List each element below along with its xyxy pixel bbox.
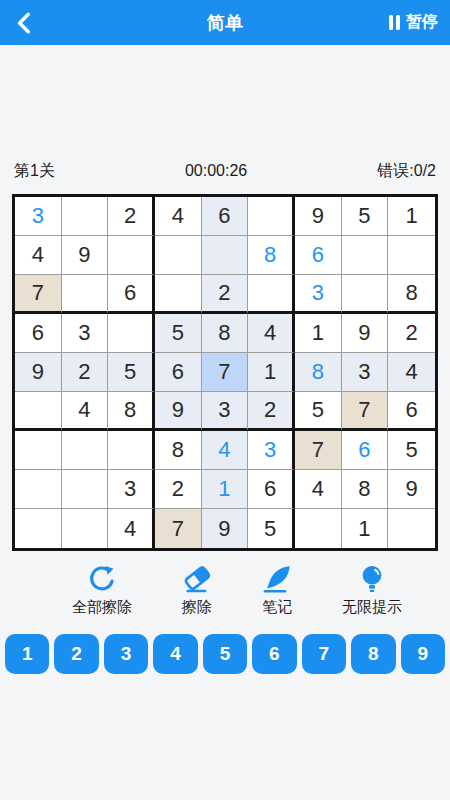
back-chevron-icon bbox=[12, 10, 38, 36]
num-button-9[interactable]: 9 bbox=[401, 634, 445, 674]
cell-r2c6[interactable]: 8 bbox=[248, 236, 295, 275]
cell-r8c4[interactable]: 2 bbox=[155, 470, 202, 509]
number-pad: 123456789 bbox=[0, 634, 450, 674]
cell-r4c8[interactable]: 9 bbox=[342, 314, 389, 353]
cell-r8c6[interactable]: 6 bbox=[248, 470, 295, 509]
cell-r1c4[interactable]: 4 bbox=[155, 197, 202, 236]
cell-r5c6[interactable]: 1 bbox=[248, 353, 295, 392]
cell-r9c9[interactable] bbox=[388, 509, 435, 548]
level-label: 第1关 bbox=[14, 161, 55, 182]
num-button-5[interactable]: 5 bbox=[203, 634, 247, 674]
pause-label: 暂停 bbox=[406, 12, 438, 33]
cell-r9c4[interactable]: 7 bbox=[155, 509, 202, 548]
cell-r4c4[interactable]: 5 bbox=[155, 314, 202, 353]
cell-r1c7[interactable]: 9 bbox=[295, 197, 342, 236]
cell-r4c3[interactable] bbox=[108, 314, 155, 353]
cell-r9c2[interactable] bbox=[62, 509, 109, 548]
cell-r9c8[interactable]: 1 bbox=[342, 509, 389, 548]
cell-r8c2[interactable] bbox=[62, 470, 109, 509]
cell-r2c5[interactable] bbox=[202, 236, 249, 275]
cell-r6c5[interactable]: 3 bbox=[202, 392, 249, 431]
cell-r8c3[interactable]: 3 bbox=[108, 470, 155, 509]
cell-r4c6[interactable]: 4 bbox=[248, 314, 295, 353]
notes-label: 笔记 bbox=[262, 598, 292, 617]
refresh-icon bbox=[86, 563, 118, 595]
cell-r3c5[interactable]: 2 bbox=[202, 275, 249, 314]
cell-r7c1[interactable] bbox=[15, 431, 62, 470]
cell-r1c8[interactable]: 5 bbox=[342, 197, 389, 236]
cell-r7c3[interactable] bbox=[108, 431, 155, 470]
board-wrap: 3246951498676238635841929256718344893257… bbox=[0, 184, 450, 551]
erase-label: 擦除 bbox=[182, 598, 212, 617]
cell-r2c7[interactable]: 6 bbox=[295, 236, 342, 275]
cell-r3c2[interactable] bbox=[62, 275, 109, 314]
num-button-8[interactable]: 8 bbox=[351, 634, 395, 674]
cell-r7c4[interactable]: 8 bbox=[155, 431, 202, 470]
pause-button[interactable]: 暂停 bbox=[389, 12, 438, 33]
cell-r6c2[interactable]: 4 bbox=[62, 392, 109, 431]
cell-r2c3[interactable] bbox=[108, 236, 155, 275]
cell-r4c1[interactable]: 6 bbox=[15, 314, 62, 353]
num-button-1[interactable]: 1 bbox=[5, 634, 49, 674]
cell-r5c4[interactable]: 6 bbox=[155, 353, 202, 392]
cell-r7c6[interactable]: 3 bbox=[248, 431, 295, 470]
cell-r2c1[interactable]: 4 bbox=[15, 236, 62, 275]
timer: 00:00:26 bbox=[185, 162, 247, 180]
cell-r4c9[interactable]: 2 bbox=[388, 314, 435, 353]
cell-r1c5[interactable]: 6 bbox=[202, 197, 249, 236]
cell-r5c8[interactable]: 3 bbox=[342, 353, 389, 392]
cell-r8c7[interactable]: 4 bbox=[295, 470, 342, 509]
cell-r3c8[interactable] bbox=[342, 275, 389, 314]
num-button-4[interactable]: 4 bbox=[153, 634, 197, 674]
cell-r8c1[interactable] bbox=[15, 470, 62, 509]
bulb-icon bbox=[356, 563, 388, 595]
cell-r9c7[interactable] bbox=[295, 509, 342, 548]
cell-r7c9[interactable]: 5 bbox=[388, 431, 435, 470]
cell-r6c7[interactable]: 5 bbox=[295, 392, 342, 431]
error-counter: 错误:0/2 bbox=[377, 161, 436, 182]
cell-r2c9[interactable] bbox=[388, 236, 435, 275]
cell-r6c3[interactable]: 8 bbox=[108, 392, 155, 431]
cell-r6c6[interactable]: 2 bbox=[248, 392, 295, 431]
cell-r5c5[interactable]: 7 bbox=[202, 353, 249, 392]
cell-r5c7[interactable]: 8 bbox=[295, 353, 342, 392]
cell-r2c4[interactable] bbox=[155, 236, 202, 275]
num-button-6[interactable]: 6 bbox=[252, 634, 296, 674]
cell-r6c1[interactable] bbox=[15, 392, 62, 431]
sudoku-board: 3246951498676238635841929256718344893257… bbox=[12, 194, 438, 551]
cell-r8c9[interactable]: 9 bbox=[388, 470, 435, 509]
cell-r1c2[interactable] bbox=[62, 197, 109, 236]
hint-button[interactable]: 无限提示 bbox=[342, 563, 402, 617]
cell-r4c2[interactable]: 3 bbox=[62, 314, 109, 353]
cell-r7c5[interactable]: 4 bbox=[202, 431, 249, 470]
cell-r3c3[interactable]: 6 bbox=[108, 275, 155, 314]
num-button-2[interactable]: 2 bbox=[54, 634, 98, 674]
cell-r7c2[interactable] bbox=[62, 431, 109, 470]
cell-r9c1[interactable] bbox=[15, 509, 62, 548]
eraser-icon bbox=[181, 563, 213, 595]
cell-r7c7[interactable]: 7 bbox=[295, 431, 342, 470]
cell-r5c2[interactable]: 2 bbox=[62, 353, 109, 392]
cell-r9c6[interactable]: 5 bbox=[248, 509, 295, 548]
cell-r9c3[interactable]: 4 bbox=[108, 509, 155, 548]
cell-r4c7[interactable]: 1 bbox=[295, 314, 342, 353]
cell-r6c4[interactable]: 9 bbox=[155, 392, 202, 431]
cell-r3c9[interactable]: 8 bbox=[388, 275, 435, 314]
cell-r1c3[interactable]: 2 bbox=[108, 197, 155, 236]
cell-r3c6[interactable] bbox=[248, 275, 295, 314]
erase-all-button[interactable]: 全部擦除 bbox=[72, 563, 132, 617]
top-bar: 简单 暂停 bbox=[0, 0, 450, 45]
cell-r1c1[interactable]: 3 bbox=[15, 197, 62, 236]
cell-r2c2[interactable]: 9 bbox=[62, 236, 109, 275]
cell-r7c8[interactable]: 6 bbox=[342, 431, 389, 470]
cell-r3c1[interactable]: 7 bbox=[15, 275, 62, 314]
pause-icon bbox=[389, 15, 400, 30]
cell-r3c7[interactable]: 3 bbox=[295, 275, 342, 314]
cell-r8c8[interactable]: 8 bbox=[342, 470, 389, 509]
cell-r5c3[interactable]: 5 bbox=[108, 353, 155, 392]
erase-button[interactable]: 擦除 bbox=[181, 563, 213, 617]
num-button-3[interactable]: 3 bbox=[104, 634, 148, 674]
notes-button[interactable]: 笔记 bbox=[261, 563, 293, 617]
cell-r5c9[interactable]: 4 bbox=[388, 353, 435, 392]
cell-r5c1[interactable]: 9 bbox=[15, 353, 62, 392]
cell-r4c5[interactable]: 8 bbox=[202, 314, 249, 353]
cell-r8c5[interactable]: 1 bbox=[202, 470, 249, 509]
page-title: 简单 bbox=[0, 11, 450, 35]
info-row: 第1关 00:00:26 错误:0/2 bbox=[0, 158, 450, 184]
cell-r6c8[interactable]: 7 bbox=[342, 392, 389, 431]
erase-all-label: 全部擦除 bbox=[72, 598, 132, 617]
back-button[interactable] bbox=[12, 6, 46, 40]
cell-r9c5[interactable]: 9 bbox=[202, 509, 249, 548]
hint-label: 无限提示 bbox=[342, 598, 402, 617]
quill-icon bbox=[261, 563, 293, 595]
cell-r1c6[interactable] bbox=[248, 197, 295, 236]
cell-r6c9[interactable]: 6 bbox=[388, 392, 435, 431]
cell-r1c9[interactable]: 1 bbox=[388, 197, 435, 236]
cell-r2c8[interactable] bbox=[342, 236, 389, 275]
cell-r3c4[interactable] bbox=[155, 275, 202, 314]
num-button-7[interactable]: 7 bbox=[302, 634, 346, 674]
toolbar: 全部擦除 擦除 笔记 无限提示 bbox=[0, 563, 450, 617]
